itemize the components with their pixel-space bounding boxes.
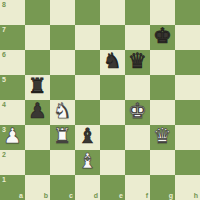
square-d8[interactable] — [75, 0, 100, 25]
square-c3[interactable]: ♜ — [50, 125, 75, 150]
square-b1[interactable]: b — [25, 175, 50, 200]
square-b7[interactable] — [25, 25, 50, 50]
square-e4[interactable] — [100, 100, 125, 125]
square-h5[interactable] — [175, 75, 200, 100]
square-c7[interactable] — [50, 25, 75, 50]
piece-black-bishop[interactable]: ♝ — [78, 126, 97, 147]
file-label-f: f — [146, 192, 148, 199]
square-a8[interactable]: 8 — [0, 0, 25, 25]
square-e7[interactable] — [100, 25, 125, 50]
file-label-d: d — [94, 192, 98, 199]
square-h8[interactable] — [175, 0, 200, 25]
piece-white-bishop[interactable]: ♝ — [78, 151, 97, 172]
piece-white-rook[interactable]: ♜ — [53, 126, 72, 147]
square-f3[interactable] — [125, 125, 150, 150]
square-e3[interactable] — [100, 125, 125, 150]
square-g1[interactable]: g — [150, 175, 175, 200]
rank-label-4: 4 — [2, 101, 6, 108]
square-a2[interactable]: 2 — [0, 150, 25, 175]
square-f2[interactable] — [125, 150, 150, 175]
square-f4[interactable]: ♚ — [125, 100, 150, 125]
square-g4[interactable] — [150, 100, 175, 125]
square-f1[interactable]: f — [125, 175, 150, 200]
file-label-b: b — [44, 192, 48, 199]
square-c1[interactable]: c — [50, 175, 75, 200]
file-label-h: h — [194, 192, 198, 199]
piece-black-queen[interactable]: ♛ — [128, 51, 147, 72]
rank-label-5: 5 — [2, 76, 6, 83]
square-e1[interactable]: e — [100, 175, 125, 200]
square-h2[interactable] — [175, 150, 200, 175]
square-g5[interactable] — [150, 75, 175, 100]
square-g3[interactable]: ♛ — [150, 125, 175, 150]
chess-board: 87♚6♞♛5♜4♟♞♚3♟♜♝♛2♝1abcdefgh — [0, 0, 200, 200]
square-a7[interactable]: 7 — [0, 25, 25, 50]
square-d6[interactable] — [75, 50, 100, 75]
piece-white-king[interactable]: ♚ — [128, 101, 147, 122]
rank-label-8: 8 — [2, 1, 6, 8]
square-a3[interactable]: 3♟ — [0, 125, 25, 150]
square-b2[interactable] — [25, 150, 50, 175]
square-f5[interactable] — [125, 75, 150, 100]
square-d3[interactable]: ♝ — [75, 125, 100, 150]
square-c6[interactable] — [50, 50, 75, 75]
file-label-a: a — [19, 192, 23, 199]
square-b8[interactable] — [25, 0, 50, 25]
square-h7[interactable] — [175, 25, 200, 50]
piece-black-pawn[interactable]: ♟ — [28, 101, 47, 122]
square-b5[interactable]: ♜ — [25, 75, 50, 100]
square-c5[interactable] — [50, 75, 75, 100]
square-e5[interactable] — [100, 75, 125, 100]
square-f8[interactable] — [125, 0, 150, 25]
square-a6[interactable]: 6 — [0, 50, 25, 75]
square-e6[interactable]: ♞ — [100, 50, 125, 75]
rank-label-2: 2 — [2, 151, 6, 158]
square-c2[interactable] — [50, 150, 75, 175]
square-b3[interactable] — [25, 125, 50, 150]
square-e8[interactable] — [100, 0, 125, 25]
square-d5[interactable] — [75, 75, 100, 100]
square-f6[interactable]: ♛ — [125, 50, 150, 75]
square-h1[interactable]: h — [175, 175, 200, 200]
file-label-c: c — [69, 192, 73, 199]
square-g7[interactable]: ♚ — [150, 25, 175, 50]
square-f7[interactable] — [125, 25, 150, 50]
square-h6[interactable] — [175, 50, 200, 75]
square-b6[interactable] — [25, 50, 50, 75]
piece-white-queen[interactable]: ♛ — [153, 126, 172, 147]
square-a4[interactable]: 4 — [0, 100, 25, 125]
square-c8[interactable] — [50, 0, 75, 25]
square-d2[interactable]: ♝ — [75, 150, 100, 175]
file-label-g: g — [169, 192, 173, 199]
rank-label-7: 7 — [2, 26, 6, 33]
piece-white-pawn[interactable]: ♟ — [3, 126, 22, 147]
square-h3[interactable] — [175, 125, 200, 150]
rank-label-1: 1 — [2, 176, 6, 183]
square-g2[interactable] — [150, 150, 175, 175]
square-a1[interactable]: 1a — [0, 175, 25, 200]
square-g6[interactable] — [150, 50, 175, 75]
square-h4[interactable] — [175, 100, 200, 125]
square-e2[interactable] — [100, 150, 125, 175]
square-d4[interactable] — [75, 100, 100, 125]
square-d1[interactable]: d — [75, 175, 100, 200]
square-a5[interactable]: 5 — [0, 75, 25, 100]
piece-black-king[interactable]: ♚ — [153, 26, 172, 47]
square-d7[interactable] — [75, 25, 100, 50]
piece-black-knight[interactable]: ♞ — [103, 51, 122, 72]
square-g8[interactable] — [150, 0, 175, 25]
file-label-e: e — [119, 192, 123, 199]
piece-black-rook[interactable]: ♜ — [28, 76, 47, 97]
square-c4[interactable]: ♞ — [50, 100, 75, 125]
square-b4[interactable]: ♟ — [25, 100, 50, 125]
piece-white-knight[interactable]: ♞ — [53, 101, 72, 122]
rank-label-6: 6 — [2, 51, 6, 58]
